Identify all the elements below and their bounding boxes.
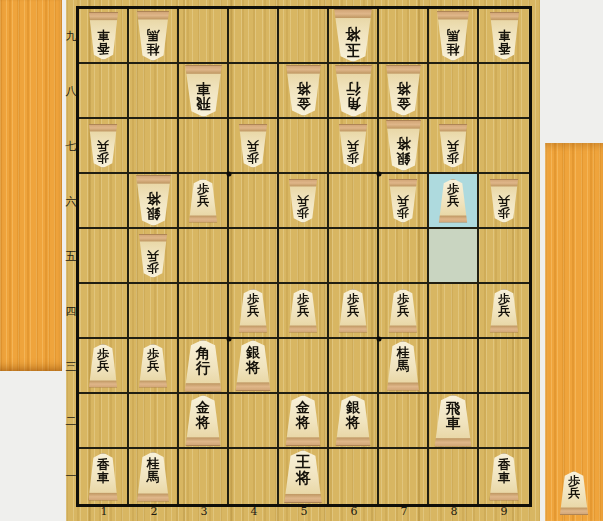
square-2五[interactable]: 歩兵 [129,229,179,284]
komadai-top-player[interactable] [0,0,62,371]
square-3二[interactable]: 金将 [179,394,229,449]
koma-char: 金 [296,96,310,111]
koma-玉将-6九[interactable]: 玉将 [333,9,373,62]
koma-銀将-7七[interactable]: 銀将 [385,120,422,171]
square-4一[interactable] [229,449,279,504]
koma-char: 馬 [147,470,160,484]
square-8七[interactable]: 歩兵 [429,119,479,174]
koma-char: 玉 [346,41,361,57]
square-2八[interactable] [129,64,179,119]
koma-char: 歩 [498,206,510,218]
koma-歩兵-9六[interactable]: 歩兵 [489,179,519,223]
rank-label-五: 五 [65,229,77,284]
square-9四[interactable]: 歩兵 [479,284,529,339]
koma-歩兵-6七[interactable]: 歩兵 [338,124,368,168]
koma-歩兵-8六[interactable]: 歩兵 [438,179,468,223]
koma-歩兵-7四[interactable]: 歩兵 [388,289,418,333]
square-2二[interactable] [129,394,179,449]
rank-label-二: 二 [65,394,77,449]
koma-歩兵-in-hand[interactable]: 歩兵 [559,471,589,515]
koma-飛車-3八[interactable]: 飛車 [184,65,223,117]
square-1五[interactable] [79,229,129,284]
koma-香車-9九[interactable]: 香車 [489,12,520,60]
square-8八[interactable] [429,64,479,119]
square-5七[interactable] [279,119,329,174]
square-7一[interactable] [379,449,429,504]
koma-歩兵-6四[interactable]: 歩兵 [338,289,368,333]
koma-char: 車 [97,29,110,42]
koma-角行-6八[interactable]: 角行 [334,65,373,117]
koma-char: 将 [346,26,361,42]
koma-銀将-4三[interactable]: 銀将 [235,340,272,391]
square-9一[interactable]: 香車 [479,449,529,504]
koma-歩兵-3六[interactable]: 歩兵 [188,179,218,223]
square-9七[interactable] [479,119,529,174]
koma-金将-3二[interactable]: 金将 [185,395,222,446]
square-5三[interactable] [279,339,329,394]
square-2三[interactable]: 歩兵 [129,339,179,394]
koma-char: 兵 [498,194,510,206]
square-1八[interactable] [79,64,129,119]
koma-char: 将 [396,82,410,97]
koma-香車-1一[interactable]: 香車 [88,453,119,501]
koma-歩兵-4四[interactable]: 歩兵 [238,289,268,333]
square-5五[interactable] [279,229,329,284]
square-3八[interactable]: 飛車 [179,64,229,119]
file-label-9: 9 [479,504,529,520]
koma-char: 兵 [97,360,109,372]
koma-角行-3三[interactable]: 角行 [184,340,223,392]
square-6八[interactable]: 角行 [329,64,379,119]
square-3九[interactable] [179,9,229,64]
square-8六[interactable]: 歩兵 [429,174,479,229]
square-4六[interactable] [229,174,279,229]
koma-歩兵-9四[interactable]: 歩兵 [489,289,519,333]
koma-飛車-8二[interactable]: 飛車 [434,395,473,447]
square-5九[interactable] [279,9,329,64]
square-3三[interactable]: 角行 [179,339,229,394]
koma-歩兵-8七[interactable]: 歩兵 [438,124,468,168]
square-8一[interactable] [429,449,479,504]
square-4九[interactable] [229,9,279,64]
file-label-7: 7 [379,504,429,520]
shogi-app: 香車桂馬玉将桂馬香車飛車金将角行金将歩兵歩兵歩兵銀将歩兵銀将歩兵歩兵歩兵歩兵歩兵… [0,0,603,521]
star-point [377,337,382,342]
koma-char: 歩 [397,206,409,218]
koma-char: 馬 [447,28,460,42]
koma-桂馬-2九[interactable]: 桂馬 [136,11,170,61]
square-2九[interactable]: 桂馬 [129,9,179,64]
square-1七[interactable]: 歩兵 [79,119,129,174]
koma-char: 香 [498,458,511,471]
koma-char: 兵 [297,194,309,206]
square-6一[interactable] [329,449,379,504]
koma-金将-5二[interactable]: 金将 [285,395,322,446]
koma-桂馬-7三[interactable]: 桂馬 [386,341,420,391]
square-7二[interactable] [379,394,429,449]
koma-char: 将 [296,82,310,97]
rank-label-八: 八 [65,64,77,119]
koma-char: 行 [346,81,361,96]
star-point [227,337,232,342]
square-9六[interactable]: 歩兵 [479,174,529,229]
koma-銀将-6二[interactable]: 銀将 [335,395,372,446]
square-8三[interactable] [429,339,479,394]
star-point [227,172,232,177]
koma-char: 歩 [347,151,359,163]
star-point [377,172,382,177]
koma-金将-7八[interactable]: 金将 [385,65,422,116]
square-2一[interactable]: 桂馬 [129,449,179,504]
square-9八[interactable] [479,64,529,119]
square-4三[interactable]: 銀将 [229,339,279,394]
koma-char: 兵 [397,194,409,206]
square-6九[interactable]: 玉将 [329,9,379,64]
koma-char: 将 [246,360,260,375]
koma-char: 銀 [346,400,360,415]
koma-char: 歩 [247,151,259,163]
square-5二[interactable]: 金将 [279,394,329,449]
square-3五[interactable] [179,229,229,284]
square-1六[interactable] [79,174,129,229]
square-3七[interactable] [179,119,229,174]
koma-char: 角 [346,96,361,111]
koma-香車-1九[interactable]: 香車 [88,12,119,60]
koma-char: 金 [296,400,310,415]
square-9二[interactable] [479,394,529,449]
rank-label-三: 三 [65,339,77,394]
koma-char: 車 [97,471,110,484]
koma-歩兵-1七[interactable]: 歩兵 [88,124,118,168]
koma-char: 兵 [247,139,259,151]
rank-label-六: 六 [65,174,77,229]
koma-char: 歩 [97,151,109,163]
koma-char: 歩 [297,206,309,218]
koma-char: 香 [97,42,110,55]
koma-char: 馬 [147,28,160,42]
file-label-2: 2 [129,504,179,520]
koma-桂馬-2一[interactable]: 桂馬 [136,452,170,502]
square-3六[interactable]: 歩兵 [179,174,229,229]
koma-char: 兵 [97,139,109,151]
square-1一[interactable]: 香車 [79,449,129,504]
square-7九[interactable] [379,9,429,64]
koma-char: 歩 [147,261,159,273]
square-5一[interactable]: 王将 [279,449,329,504]
square-1二[interactable] [79,394,129,449]
koma-char: 飛 [196,96,211,111]
koma-char: 兵 [347,305,359,317]
koma-char: 行 [196,360,211,375]
koma-char: 桂 [147,42,160,56]
square-2七[interactable] [129,119,179,174]
square-9五[interactable] [479,229,529,284]
square-6五[interactable] [329,229,379,284]
koma-char: 将 [146,192,160,207]
koma-歩兵-2三[interactable]: 歩兵 [138,344,168,388]
square-7四[interactable]: 歩兵 [379,284,429,339]
rank-label-九: 九 [65,9,77,64]
koma-char: 兵 [147,360,159,372]
square-4四[interactable]: 歩兵 [229,284,279,339]
koma-歩兵-2五[interactable]: 歩兵 [138,234,168,278]
koma-char: 兵 [247,305,259,317]
rank-label-一: 一 [65,449,77,504]
square-8四[interactable] [429,284,479,339]
square-3一[interactable] [179,449,229,504]
koma-char: 将 [396,137,410,152]
koma-char: 兵 [568,487,580,499]
koma-歩兵-4七[interactable]: 歩兵 [238,124,268,168]
shogi-board: 香車桂馬玉将桂馬香車飛車金将角行金将歩兵歩兵歩兵銀将歩兵銀将歩兵歩兵歩兵歩兵歩兵… [66,0,540,521]
board-grid: 香車桂馬玉将桂馬香車飛車金将角行金将歩兵歩兵歩兵銀将歩兵銀将歩兵歩兵歩兵歩兵歩兵… [76,6,532,507]
square-6六[interactable] [329,174,379,229]
square-8二[interactable]: 飛車 [429,394,479,449]
square-7八[interactable]: 金将 [379,64,429,119]
file-label-8: 8 [429,504,479,520]
square-5八[interactable]: 金将 [279,64,329,119]
koma-char: 兵 [347,139,359,151]
koma-char: 飛 [446,400,461,415]
koma-char: 車 [498,471,511,484]
koma-char: 兵 [197,195,209,207]
square-4五[interactable] [229,229,279,284]
koma-char: 銀 [146,206,160,221]
square-9九[interactable]: 香車 [479,9,529,64]
file-label-6: 6 [329,504,379,520]
koma-歩兵-5四[interactable]: 歩兵 [288,289,318,333]
koma-char: 桂 [147,457,160,471]
koma-char: 角 [196,345,211,360]
square-7三[interactable]: 桂馬 [379,339,429,394]
file-label-5: 5 [279,504,329,520]
file-label-4: 4 [229,504,279,520]
square-3四[interactable] [179,284,229,339]
square-9三[interactable] [479,339,529,394]
koma-char: 兵 [397,305,409,317]
file-label-3: 3 [179,504,229,520]
koma-char: 将 [296,471,311,487]
square-4八[interactable] [229,64,279,119]
koma-char: 香 [97,458,110,471]
koma-王将-5一[interactable]: 王将 [283,450,323,503]
komadai-bottom-player[interactable]: 歩兵 [545,143,603,521]
square-5四[interactable]: 歩兵 [279,284,329,339]
square-2六[interactable]: 銀将 [129,174,179,229]
koma-銀将-2六[interactable]: 銀将 [135,175,172,226]
koma-char: 香 [498,42,511,55]
koma-char: 兵 [147,249,159,261]
koma-char: 将 [346,415,360,430]
koma-歩兵-7六[interactable]: 歩兵 [388,179,418,223]
koma-char: 兵 [447,195,459,207]
koma-char: 桂 [397,346,410,360]
square-5六[interactable]: 歩兵 [279,174,329,229]
square-6三[interactable] [329,339,379,394]
square-6七[interactable]: 歩兵 [329,119,379,174]
square-7六[interactable]: 歩兵 [379,174,429,229]
koma-char: 車 [498,29,511,42]
square-8九[interactable]: 桂馬 [429,9,479,64]
koma-char: 馬 [397,359,410,373]
koma-char: 兵 [297,305,309,317]
square-7七[interactable]: 銀将 [379,119,429,174]
koma-char: 金 [196,400,210,415]
koma-char: 金 [396,96,410,111]
koma-歩兵-5六[interactable]: 歩兵 [288,179,318,223]
koma-char: 銀 [396,151,410,166]
koma-char: 歩 [447,151,459,163]
koma-char: 車 [446,415,461,430]
koma-char: 兵 [447,139,459,151]
rank-label-七: 七 [65,119,77,174]
koma-char: 車 [196,81,211,96]
square-6四[interactable]: 歩兵 [329,284,379,339]
koma-金将-5八[interactable]: 金将 [285,65,322,116]
rank-label-四: 四 [65,284,77,339]
koma-char: 兵 [498,305,510,317]
square-7五[interactable] [379,229,429,284]
square-1九[interactable]: 香車 [79,9,129,64]
square-4七[interactable]: 歩兵 [229,119,279,174]
square-8五[interactable] [429,229,479,284]
square-4二[interactable] [229,394,279,449]
koma-歩兵-1三[interactable]: 歩兵 [88,344,118,388]
square-2四[interactable] [129,284,179,339]
square-6二[interactable]: 銀将 [329,394,379,449]
file-label-1: 1 [79,504,129,520]
koma-桂馬-8九[interactable]: 桂馬 [436,11,470,61]
koma-char: 将 [196,415,210,430]
koma-char: 将 [296,415,310,430]
koma-char: 桂 [447,42,460,56]
koma-香車-9一[interactable]: 香車 [489,453,520,501]
koma-char: 銀 [246,345,260,360]
square-1三[interactable]: 歩兵 [79,339,129,394]
square-1四[interactable] [79,284,129,339]
